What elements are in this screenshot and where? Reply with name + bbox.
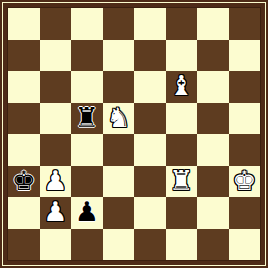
square-a5[interactable] [8, 103, 40, 135]
square-a3[interactable]: ♚ [8, 166, 40, 198]
square-f5[interactable] [166, 103, 198, 135]
square-c4[interactable] [71, 134, 103, 166]
square-f2[interactable] [166, 197, 198, 229]
square-a8[interactable] [8, 8, 40, 40]
square-d3[interactable] [103, 166, 135, 198]
square-h7[interactable] [229, 40, 261, 72]
square-d2[interactable] [103, 197, 135, 229]
black-rook[interactable]: ♜ [75, 104, 99, 131]
square-c8[interactable] [71, 8, 103, 40]
square-e3[interactable] [134, 166, 166, 198]
square-a4[interactable] [8, 134, 40, 166]
chess-board-frame: ♝♜♞♚♟♜♚♟♟ [0, 0, 268, 268]
square-f3[interactable]: ♜ [166, 166, 198, 198]
square-h8[interactable] [229, 8, 261, 40]
square-c6[interactable] [71, 71, 103, 103]
square-a6[interactable] [8, 71, 40, 103]
square-g5[interactable] [197, 103, 229, 135]
square-a1[interactable] [8, 229, 40, 261]
square-f1[interactable] [166, 229, 198, 261]
square-d7[interactable] [103, 40, 135, 72]
square-d1[interactable] [103, 229, 135, 261]
white-pawn[interactable]: ♟ [43, 167, 67, 194]
square-e1[interactable] [134, 229, 166, 261]
square-b1[interactable] [40, 229, 72, 261]
square-a7[interactable] [8, 40, 40, 72]
square-h1[interactable] [229, 229, 261, 261]
square-g6[interactable] [197, 71, 229, 103]
square-a2[interactable] [8, 197, 40, 229]
square-g2[interactable] [197, 197, 229, 229]
square-e5[interactable] [134, 103, 166, 135]
white-king[interactable]: ♚ [232, 167, 256, 194]
square-f4[interactable] [166, 134, 198, 166]
white-rook[interactable]: ♜ [169, 167, 193, 194]
square-h5[interactable] [229, 103, 261, 135]
square-c5[interactable]: ♜ [71, 103, 103, 135]
square-g7[interactable] [197, 40, 229, 72]
square-d4[interactable] [103, 134, 135, 166]
square-h4[interactable] [229, 134, 261, 166]
square-f8[interactable] [166, 8, 198, 40]
black-king[interactable]: ♚ [12, 167, 36, 194]
square-g4[interactable] [197, 134, 229, 166]
square-b7[interactable] [40, 40, 72, 72]
square-d5[interactable]: ♞ [103, 103, 135, 135]
square-h2[interactable] [229, 197, 261, 229]
square-d6[interactable] [103, 71, 135, 103]
square-f6[interactable]: ♝ [166, 71, 198, 103]
white-knight[interactable]: ♞ [106, 104, 130, 131]
square-b2[interactable]: ♟ [40, 197, 72, 229]
square-c7[interactable] [71, 40, 103, 72]
square-e8[interactable] [134, 8, 166, 40]
square-g1[interactable] [197, 229, 229, 261]
square-g8[interactable] [197, 8, 229, 40]
square-c2[interactable]: ♟ [71, 197, 103, 229]
square-g3[interactable] [197, 166, 229, 198]
square-b4[interactable] [40, 134, 72, 166]
square-f7[interactable] [166, 40, 198, 72]
white-pawn[interactable]: ♟ [43, 198, 67, 225]
chess-board: ♝♜♞♚♟♜♚♟♟ [8, 8, 260, 260]
square-e6[interactable] [134, 71, 166, 103]
white-bishop[interactable]: ♝ [169, 72, 193, 99]
square-b5[interactable] [40, 103, 72, 135]
square-c1[interactable] [71, 229, 103, 261]
square-b6[interactable] [40, 71, 72, 103]
square-e4[interactable] [134, 134, 166, 166]
square-e7[interactable] [134, 40, 166, 72]
square-h6[interactable] [229, 71, 261, 103]
square-e2[interactable] [134, 197, 166, 229]
square-b3[interactable]: ♟ [40, 166, 72, 198]
black-pawn[interactable]: ♟ [75, 198, 99, 225]
square-d8[interactable] [103, 8, 135, 40]
square-b8[interactable] [40, 8, 72, 40]
square-c3[interactable] [71, 166, 103, 198]
square-h3[interactable]: ♚ [229, 166, 261, 198]
